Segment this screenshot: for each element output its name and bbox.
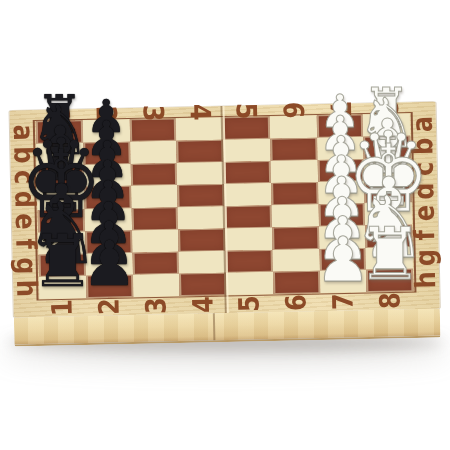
pieces-layer: ♜♞♝♛♚♝♞♜♟♟♟♟♟♟♟♟♟♟♟♟♟♟♟♟♜♞♝♛♚♝♞♜ — [0, 0, 450, 450]
chess-set-photo: 1122334455667788aabbccddeeffgghh ♜♞♝♛♚♝♞… — [0, 0, 450, 450]
white-pawn-h7[interactable]: ♟ — [315, 230, 370, 292]
black-rook-h1[interactable]: ♜ — [30, 225, 95, 298]
